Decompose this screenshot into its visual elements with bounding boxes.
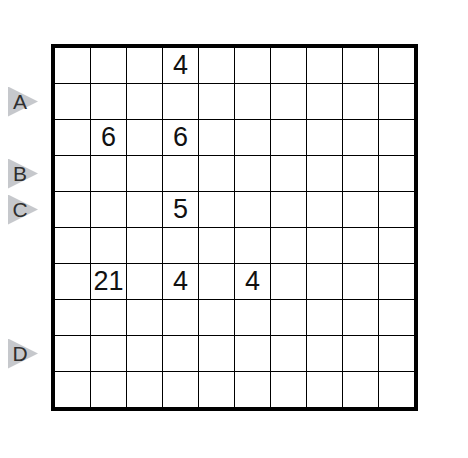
cell-r6c6[interactable] — [235, 228, 270, 263]
puzzle-page: 46652144 ABCD — [0, 0, 468, 458]
cell-r3c8[interactable] — [307, 120, 342, 155]
cell-r2c6[interactable] — [235, 84, 270, 119]
cell-r10c5[interactable] — [199, 372, 234, 407]
cell-r6c3[interactable] — [127, 228, 162, 263]
cell-r1c5[interactable] — [199, 48, 234, 83]
cell-r8c5[interactable] — [199, 300, 234, 335]
cell-r2c3[interactable] — [127, 84, 162, 119]
cell-r3c5[interactable] — [199, 120, 234, 155]
cell-r1c1[interactable] — [55, 48, 90, 83]
cell-r9c6[interactable] — [235, 336, 270, 371]
cell-r4c1[interactable] — [55, 156, 90, 191]
cell-r5c5[interactable] — [199, 192, 234, 227]
cell-r5c8[interactable] — [307, 192, 342, 227]
cell-r10c1[interactable] — [55, 372, 90, 407]
cell-r4c9[interactable] — [343, 156, 378, 191]
cell-r2c4[interactable] — [163, 84, 198, 119]
cell-r8c7[interactable] — [271, 300, 306, 335]
cell-r2c8[interactable] — [307, 84, 342, 119]
puzzle-board: 46652144 — [51, 44, 418, 411]
cell-r4c4[interactable] — [163, 156, 198, 191]
cell-r1c2[interactable] — [91, 48, 126, 83]
cell-r2c9[interactable] — [343, 84, 378, 119]
cell-r8c3[interactable] — [127, 300, 162, 335]
row-marker-c: C — [8, 195, 38, 225]
cell-r8c4[interactable] — [163, 300, 198, 335]
cell-r6c1[interactable] — [55, 228, 90, 263]
cell-r1c8[interactable] — [307, 48, 342, 83]
cell-r4c10[interactable] — [379, 156, 414, 191]
row-marker-label: B — [10, 159, 30, 189]
cell-r3c3[interactable] — [127, 120, 162, 155]
cell-r7c9[interactable] — [343, 264, 378, 299]
cell-r4c2[interactable] — [91, 156, 126, 191]
cell-r3c1[interactable] — [55, 120, 90, 155]
cell-r5c1[interactable] — [55, 192, 90, 227]
cell-r4c3[interactable] — [127, 156, 162, 191]
cell-r10c6[interactable] — [235, 372, 270, 407]
cell-r3c10[interactable] — [379, 120, 414, 155]
cell-r9c10[interactable] — [379, 336, 414, 371]
row-marker-label: A — [10, 87, 30, 117]
cell-r9c4[interactable] — [163, 336, 198, 371]
cell-r7c7[interactable] — [271, 264, 306, 299]
cell-r3c7[interactable] — [271, 120, 306, 155]
cell-r8c6[interactable] — [235, 300, 270, 335]
cell-r7c4: 4 — [163, 264, 198, 299]
cell-r6c9[interactable] — [343, 228, 378, 263]
cell-r4c8[interactable] — [307, 156, 342, 191]
cell-r9c9[interactable] — [343, 336, 378, 371]
cell-r7c10[interactable] — [379, 264, 414, 299]
cell-r5c4: 5 — [163, 192, 198, 227]
cell-r3c9[interactable] — [343, 120, 378, 155]
cell-r6c4[interactable] — [163, 228, 198, 263]
cell-r10c10[interactable] — [379, 372, 414, 407]
cell-r10c7[interactable] — [271, 372, 306, 407]
cell-r5c2[interactable] — [91, 192, 126, 227]
cell-r8c2[interactable] — [91, 300, 126, 335]
cell-r3c4: 6 — [163, 120, 198, 155]
cell-r7c6: 4 — [235, 264, 270, 299]
cell-r9c2[interactable] — [91, 336, 126, 371]
row-marker-d: D — [8, 339, 38, 369]
cell-r8c10[interactable] — [379, 300, 414, 335]
row-marker-label: D — [10, 339, 30, 369]
cell-r4c7[interactable] — [271, 156, 306, 191]
cell-r2c1[interactable] — [55, 84, 90, 119]
cell-r1c4: 4 — [163, 48, 198, 83]
cell-r1c6[interactable] — [235, 48, 270, 83]
cell-r1c3[interactable] — [127, 48, 162, 83]
cell-r1c7[interactable] — [271, 48, 306, 83]
row-marker-a: A — [8, 87, 38, 117]
cell-r1c10[interactable] — [379, 48, 414, 83]
cell-r5c7[interactable] — [271, 192, 306, 227]
cell-r6c2[interactable] — [91, 228, 126, 263]
cell-r9c7[interactable] — [271, 336, 306, 371]
cell-r10c2[interactable] — [91, 372, 126, 407]
cell-r2c10[interactable] — [379, 84, 414, 119]
cell-r10c9[interactable] — [343, 372, 378, 407]
cell-r2c7[interactable] — [271, 84, 306, 119]
cell-r6c8[interactable] — [307, 228, 342, 263]
cell-r7c8[interactable] — [307, 264, 342, 299]
row-marker-b: B — [8, 159, 38, 189]
cell-r10c4[interactable] — [163, 372, 198, 407]
cell-r8c8[interactable] — [307, 300, 342, 335]
cell-r10c8[interactable] — [307, 372, 342, 407]
cell-r5c10[interactable] — [379, 192, 414, 227]
cell-r9c8[interactable] — [307, 336, 342, 371]
cell-r7c2: 21 — [91, 264, 126, 299]
cell-r4c6[interactable] — [235, 156, 270, 191]
cell-r5c6[interactable] — [235, 192, 270, 227]
cell-r6c7[interactable] — [271, 228, 306, 263]
cell-r9c1[interactable] — [55, 336, 90, 371]
cell-r6c5[interactable] — [199, 228, 234, 263]
cell-r3c6[interactable] — [235, 120, 270, 155]
cell-r1c9[interactable] — [343, 48, 378, 83]
cell-r7c5[interactable] — [199, 264, 234, 299]
cell-r9c3[interactable] — [127, 336, 162, 371]
cell-r9c5[interactable] — [199, 336, 234, 371]
cell-r6c10[interactable] — [379, 228, 414, 263]
cell-r5c9[interactable] — [343, 192, 378, 227]
cell-r7c1[interactable] — [55, 264, 90, 299]
cell-r2c2[interactable] — [91, 84, 126, 119]
row-marker-label: C — [10, 195, 30, 225]
cell-r2c5[interactable] — [199, 84, 234, 119]
cell-r8c9[interactable] — [343, 300, 378, 335]
cell-r10c3[interactable] — [127, 372, 162, 407]
cell-r8c1[interactable] — [55, 300, 90, 335]
cell-r4c5[interactable] — [199, 156, 234, 191]
cell-r7c3[interactable] — [127, 264, 162, 299]
cell-r3c2: 6 — [91, 120, 126, 155]
cell-r5c3[interactable] — [127, 192, 162, 227]
